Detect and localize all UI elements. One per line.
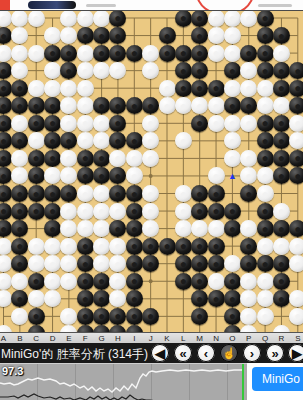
stone-black: ● <box>159 238 176 255</box>
stone-black: ● <box>93 308 110 325</box>
stone-black: ● <box>126 325 143 332</box>
stone-black: ● <box>257 255 274 272</box>
stone-black: ● <box>93 45 110 62</box>
column-label: O <box>229 334 235 343</box>
stone-white: ● <box>77 80 94 97</box>
stone-white: ● <box>159 80 176 97</box>
stone-black: ● <box>126 220 143 237</box>
go-board[interactable]: ●●●●●●●●●●●●●●●●●●●●●●●●●●●●●●●●●●●●●●●●… <box>0 11 303 332</box>
stone-black: ● <box>273 80 290 97</box>
stone-black: ● <box>77 308 94 325</box>
stone-black: ● <box>60 45 77 62</box>
stone-white: ● <box>257 167 274 184</box>
move-cursor-line[interactable] <box>242 364 244 400</box>
stone-white: ● <box>142 45 159 62</box>
stone-white: ● <box>77 62 94 79</box>
stone-white: ● <box>208 97 225 114</box>
stone-black: ● <box>28 273 45 290</box>
jump-to-start-button[interactable]: ◀ <box>151 344 169 362</box>
stone-white: ● <box>208 11 225 27</box>
stone-black: ● <box>109 45 126 62</box>
stone-black: ● <box>77 255 94 272</box>
stone-black: ● <box>175 80 192 97</box>
stone-black: ● <box>159 27 176 44</box>
stone-white: ● <box>44 273 61 290</box>
stone-white: ● <box>257 185 274 202</box>
column-label: N <box>213 334 219 343</box>
stone-black: ● <box>126 238 143 255</box>
winrate-panel: 97.3 MiniGo <box>0 363 303 400</box>
stone-black: ● <box>77 27 94 44</box>
stone-black: ● <box>44 45 61 62</box>
column-label: L <box>181 334 185 343</box>
stone-white: ● <box>28 132 45 149</box>
stone-black: ● <box>28 185 45 202</box>
stone-black: ● <box>257 115 274 132</box>
column-label: P <box>246 334 251 343</box>
stone-white: ● <box>93 115 110 132</box>
stone-black: ● <box>126 185 143 202</box>
stone-black: ● <box>273 115 290 132</box>
stone-black: ● <box>257 203 274 220</box>
stone-white: ● <box>142 115 159 132</box>
stone-black: ● <box>191 238 208 255</box>
stone-black: ● <box>208 290 225 307</box>
stone-white: ● <box>273 45 290 62</box>
hand-tool-button[interactable]: ☝ <box>220 344 238 362</box>
stone-white: ● <box>208 45 225 62</box>
stone-black: ● <box>289 167 303 184</box>
column-label: D <box>50 334 56 343</box>
stone-black: ● <box>126 290 143 307</box>
stone-black: ● <box>224 308 241 325</box>
column-label: E <box>66 334 71 343</box>
stone-black: ● <box>224 220 241 237</box>
stone-white: ● <box>77 45 94 62</box>
stone-black: ● <box>257 27 274 44</box>
stone-black: ● <box>289 62 303 79</box>
stone-white: ● <box>11 273 28 290</box>
stone-black: ● <box>28 150 45 167</box>
column-label: K <box>164 334 169 343</box>
stone-black: ● <box>93 27 110 44</box>
column-label: R <box>279 334 285 343</box>
stone-black: ● <box>273 62 290 79</box>
stone-white: ● <box>77 185 94 202</box>
analysis-toolbar: MiniGo'的 胜率分析 (314手) ◀«‹☝›»▶ <box>0 343 303 363</box>
stone-white: ● <box>109 238 126 255</box>
stone-white: ● <box>28 80 45 97</box>
stone-white: ● <box>224 150 241 167</box>
stone-white: ● <box>240 308 257 325</box>
stone-black: ● <box>289 150 303 167</box>
stone-black: ● <box>273 150 290 167</box>
stone-black: ● <box>93 150 110 167</box>
stone-black: ● <box>175 238 192 255</box>
stone-black: ● <box>257 62 274 79</box>
stone-black: ● <box>175 11 192 27</box>
stone-black: ● <box>126 203 143 220</box>
stone-black: ● <box>44 185 61 202</box>
stone-white: ● <box>60 80 77 97</box>
stone-white: ● <box>142 203 159 220</box>
stone-black: ● <box>77 238 94 255</box>
stone-white: ● <box>44 238 61 255</box>
stone-black: ● <box>44 115 61 132</box>
stone-black: ● <box>175 45 192 62</box>
column-label: C <box>33 334 39 343</box>
stone-white: ● <box>28 255 45 272</box>
stone-black: ● <box>44 150 61 167</box>
record-indicator-icon <box>0 0 10 10</box>
stone-white: ● <box>109 203 126 220</box>
column-label: J <box>149 334 153 343</box>
stone-white: ● <box>28 11 45 27</box>
stone-white: ● <box>175 220 192 237</box>
stone-black: ● <box>191 11 208 27</box>
column-label: F <box>83 334 88 343</box>
stone-black: ● <box>191 115 208 132</box>
stone-white: ● <box>257 290 274 307</box>
stone-black: ● <box>208 238 225 255</box>
stone-white: ● <box>224 80 241 97</box>
stone-white: ● <box>289 255 303 272</box>
column-label: Q <box>262 334 268 343</box>
stone-white: ● <box>77 115 94 132</box>
stone-black: ● <box>224 62 241 79</box>
stone-white: ● <box>28 238 45 255</box>
column-label: H <box>115 334 121 343</box>
stone-black: ● <box>224 325 241 332</box>
stone-white: ● <box>224 11 241 27</box>
stone-white: ● <box>257 273 274 290</box>
stone-black: ● <box>93 273 110 290</box>
column-label: B <box>17 334 22 343</box>
fast-rewind-button[interactable]: « <box>174 344 192 362</box>
black-winrate-line <box>0 394 243 400</box>
step-back-button[interactable]: ‹ <box>197 344 215 362</box>
stone-white: ● <box>77 132 94 149</box>
stone-white: ● <box>28 290 45 307</box>
stone-black: ● <box>77 273 94 290</box>
stone-black: ● <box>257 132 274 149</box>
stone-white: ● <box>208 115 225 132</box>
stone-white: ● <box>257 97 274 114</box>
stone-white: ● <box>289 290 303 307</box>
analysis-title: MiniGo'的 胜率分析 (314手) <box>1 346 148 363</box>
stone-white: ● <box>208 27 225 44</box>
stone-white: ● <box>60 11 77 27</box>
stone-white: ● <box>224 115 241 132</box>
coordinate-bar: ABCDEFGHIJKLMNOPQRS <box>0 332 303 343</box>
stone-black: ● <box>28 115 45 132</box>
stone-black: ● <box>224 203 241 220</box>
stone-white: ● <box>44 80 61 97</box>
stone-black: ● <box>28 308 45 325</box>
stone-white: ● <box>240 11 257 27</box>
stone-white: ● <box>44 27 61 44</box>
stone-white: ● <box>273 203 290 220</box>
stone-black: ● <box>191 308 208 325</box>
winrate-chart-svg <box>0 364 247 400</box>
stone-white: ● <box>77 97 94 114</box>
stone-black: ● <box>28 97 45 114</box>
stone-black: ● <box>126 255 143 272</box>
stone-white: ● <box>289 115 303 132</box>
stone-white: ● <box>208 220 225 237</box>
stone-black: ● <box>44 203 61 220</box>
stone-white: ● <box>273 238 290 255</box>
column-label: A <box>1 334 6 343</box>
stone-white: ● <box>240 273 257 290</box>
stone-black: ● <box>273 255 290 272</box>
stone-white: ● <box>77 11 94 27</box>
stone-black: ● <box>126 273 143 290</box>
stone-white: ● <box>142 185 159 202</box>
stone-white: ● <box>224 27 241 44</box>
column-label: G <box>98 334 104 343</box>
stone-white: ● <box>159 97 176 114</box>
stone-black: ● <box>257 45 274 62</box>
stone-black: ● <box>273 273 290 290</box>
winrate-value: 97.3 <box>2 365 23 377</box>
stone-black: ● <box>126 45 143 62</box>
minigo-button[interactable]: MiniGo <box>252 367 303 391</box>
stone-black: ● <box>175 255 192 272</box>
stone-white: ● <box>289 132 303 149</box>
stone-black: ● <box>159 45 176 62</box>
stone-black: ● <box>273 220 290 237</box>
stone-black: ● <box>11 203 28 220</box>
stone-black: ● <box>257 220 274 237</box>
step-forward-button[interactable]: › <box>243 344 261 362</box>
stone-black: ● <box>77 290 94 307</box>
stone-black: ● <box>126 308 143 325</box>
stone-black: ● <box>208 185 225 202</box>
column-label: M <box>196 334 203 343</box>
stone-white: ● <box>273 325 290 332</box>
stone-white: ● <box>93 238 110 255</box>
app-window: ●●●●●●●●●●●●●●●●●●●●●●●●●●●●●●●●●●●●●●●●… <box>0 0 303 400</box>
jump-to-end-button[interactable]: ▶ <box>288 344 303 362</box>
stone-white: ● <box>28 45 45 62</box>
stone-white: ● <box>175 185 192 202</box>
stone-white: ● <box>77 203 94 220</box>
statusbar-app-icon <box>28 1 76 9</box>
stone-black: ● <box>289 80 303 97</box>
last-move-marker-icon: ▲ <box>228 171 237 180</box>
stone-black: ● <box>142 238 159 255</box>
stone-white: ● <box>77 220 94 237</box>
stone-black: ● <box>208 203 225 220</box>
stone-white: ● <box>11 45 28 62</box>
stone-white: ● <box>142 150 159 167</box>
stone-black: ● <box>142 308 159 325</box>
stone-white: ● <box>93 203 110 220</box>
stone-white: ● <box>175 203 192 220</box>
stone-black: ● <box>289 220 303 237</box>
stone-white: ● <box>289 308 303 325</box>
stone-black: ● <box>224 273 241 290</box>
stone-black: ● <box>208 255 225 272</box>
statusbar-text-hint <box>86 4 116 7</box>
column-label: S <box>295 334 300 343</box>
stone-black: ● <box>77 325 94 332</box>
fast-forward-button[interactable]: » <box>266 344 284 362</box>
stone-black: ● <box>289 97 303 114</box>
stone-black: ● <box>44 220 61 237</box>
stone-white: ● <box>126 150 143 167</box>
stone-black: ● <box>240 238 257 255</box>
stone-black: ● <box>240 45 257 62</box>
statusbar-text-hint <box>258 4 292 7</box>
stone-black: ● <box>28 325 45 332</box>
stone-white: ● <box>60 203 77 220</box>
stone-black: ● <box>191 273 208 290</box>
stone-black: ● <box>11 238 28 255</box>
stone-white: ● <box>175 97 192 114</box>
stone-black: ● <box>28 203 45 220</box>
stone-white: ● <box>208 273 225 290</box>
stone-white: ● <box>257 238 274 255</box>
stone-black: ● <box>11 80 28 97</box>
stone-black: ● <box>273 27 290 44</box>
stone-white: ● <box>257 80 274 97</box>
stone-black: ● <box>191 45 208 62</box>
stone-white: ● <box>93 11 110 27</box>
winrate-chart[interactable]: 97.3 <box>0 363 247 400</box>
stone-black: ● <box>257 11 274 27</box>
stone-white: ● <box>208 167 225 184</box>
stone-white: ● <box>11 11 28 27</box>
stone-black: ● <box>257 150 274 167</box>
stone-white: ● <box>60 238 77 255</box>
stone-white: ● <box>224 255 241 272</box>
stone-white: ● <box>240 80 257 97</box>
stone-white: ● <box>257 308 274 325</box>
stone-black: ● <box>175 62 192 79</box>
stone-white: ● <box>224 45 241 62</box>
stone-black: ● <box>191 203 208 220</box>
stone-white: ● <box>240 115 257 132</box>
stone-black: ● <box>77 150 94 167</box>
stone-white: ● <box>93 185 110 202</box>
stone-black: ● <box>208 80 225 97</box>
stone-black: ● <box>175 273 192 290</box>
stone-black: ● <box>191 80 208 97</box>
column-label: I <box>133 334 135 343</box>
stone-white: ● <box>289 238 303 255</box>
white-winrate-line <box>0 370 243 392</box>
stone-black: ● <box>126 97 143 114</box>
